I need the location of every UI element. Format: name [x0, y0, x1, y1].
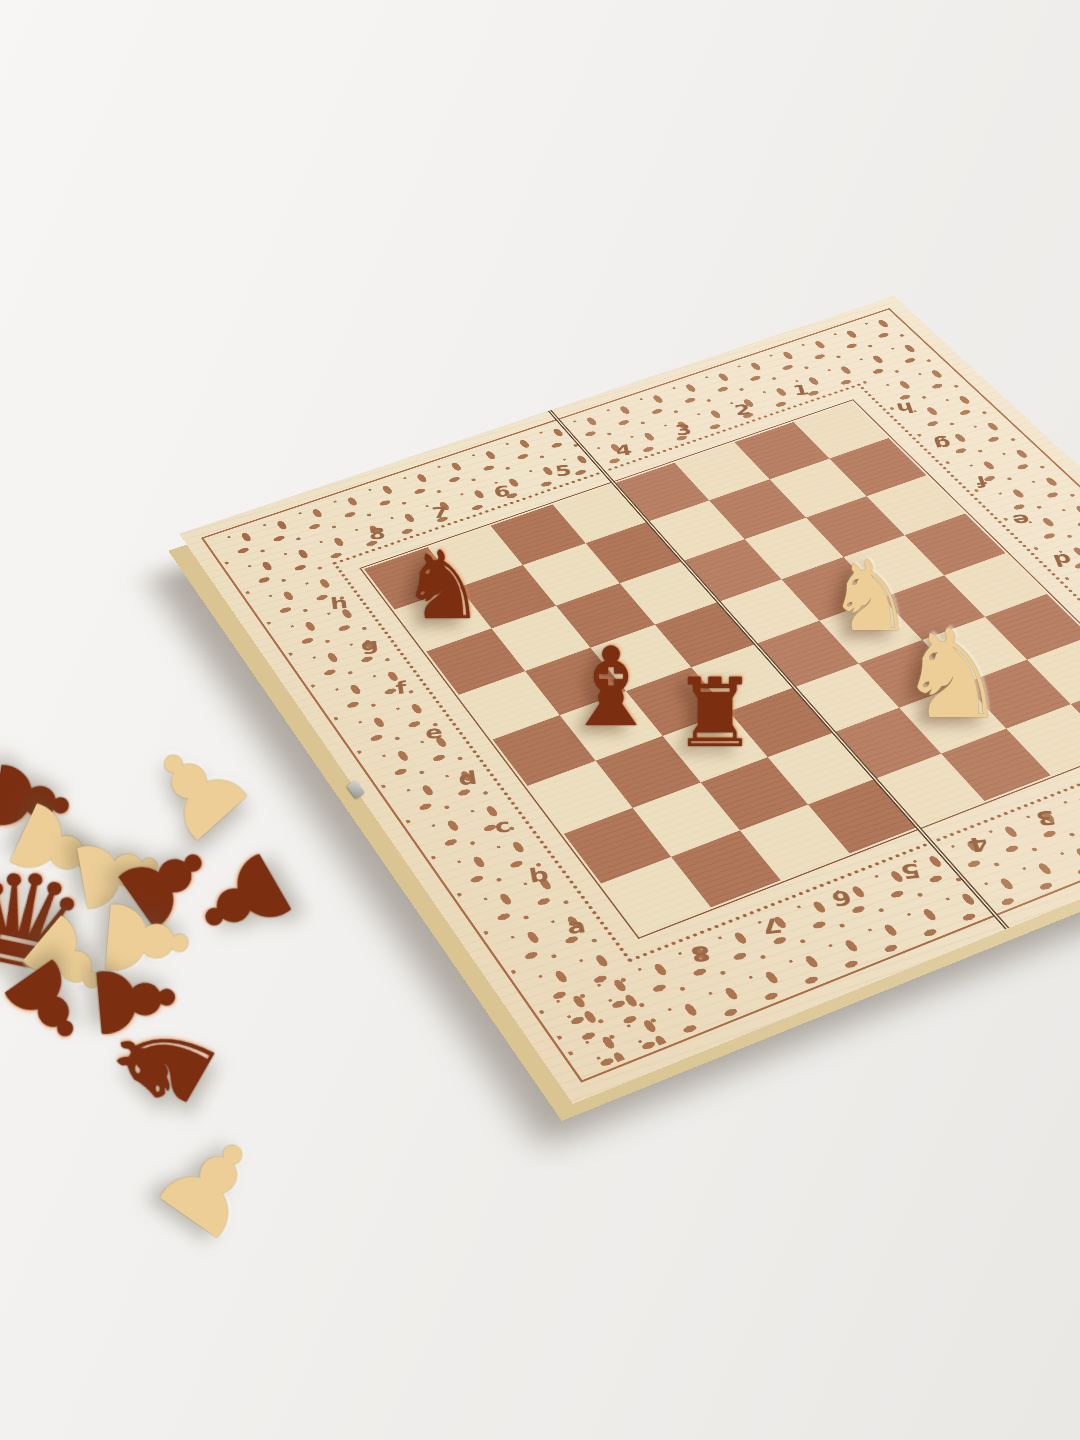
dark-knight-g8: ♞	[401, 539, 485, 633]
coord-label-g: g	[359, 634, 379, 655]
dark-rook-c6: ♜	[672, 666, 757, 761]
coord-label-d: d	[457, 767, 479, 790]
coord-label-6: 6	[492, 482, 512, 501]
coord-label-h: h	[329, 593, 349, 613]
photo-stage: 12345678 hgfedcba hgfedcba 12345678 ♞♝♜♞…	[0, 0, 1080, 1440]
light-knight-d3: ♞	[827, 548, 914, 645]
coord-label-7: 7	[430, 503, 449, 522]
dark-bishop-d7: ♝	[562, 633, 660, 742]
coord-label-e: e	[424, 721, 445, 743]
coord-label-5: 5	[553, 461, 573, 479]
coord-label-b: b	[527, 863, 550, 887]
coord-label-8: 8	[368, 524, 387, 543]
tray-light-pawn: ♟	[135, 1105, 289, 1262]
